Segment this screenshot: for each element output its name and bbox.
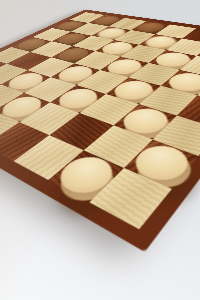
checkers-board: [0, 9, 200, 252]
photo-background: [0, 0, 200, 300]
board-grid: [0, 12, 200, 229]
